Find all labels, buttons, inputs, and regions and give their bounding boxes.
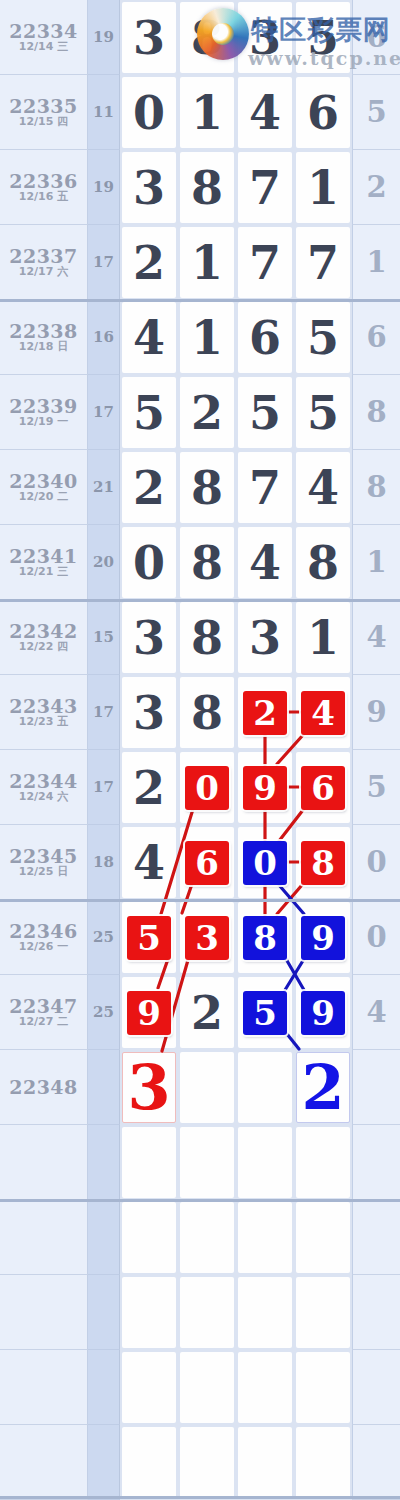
issue-cell: 22348 [0, 1050, 88, 1125]
digit-cell-surface: 0 [122, 527, 176, 598]
digit-cell [178, 1200, 236, 1275]
digit-cell-surface [180, 1202, 234, 1273]
digit-cell-surface [122, 1277, 176, 1348]
sum-cell [88, 1275, 120, 1350]
digit-cell-surface [122, 1202, 176, 1273]
draw-date: 12/24 六 [19, 791, 68, 803]
digit-cell [236, 1425, 294, 1500]
digit-cell [120, 1125, 178, 1200]
digit-box-red: 5 [127, 916, 171, 960]
digit-cell: 6 [294, 75, 352, 150]
issue-number: 22344 [9, 771, 78, 792]
digit-cell: 8 [178, 525, 236, 600]
tail-cell: 4 [352, 975, 400, 1050]
digit: 7 [249, 165, 281, 211]
digit: 4 [307, 465, 339, 511]
digit: 1 [191, 90, 223, 136]
digit-cell: 8 [178, 675, 236, 750]
sum-cell: 18 [88, 825, 120, 900]
digit: 1 [307, 615, 339, 661]
digit-cell-surface: 2 [180, 377, 234, 448]
digit-cell [236, 1275, 294, 1350]
digit-cell [120, 1275, 178, 1350]
tail-cell [352, 1425, 400, 1500]
digit: 8 [191, 540, 223, 586]
digit-cell: 1 [294, 600, 352, 675]
digit-cell: 3 [120, 0, 178, 75]
issue-cell [0, 1125, 88, 1200]
digit-box-red: 6 [185, 841, 229, 885]
digit-cell-surface [180, 1127, 234, 1198]
digit-cell: 2 [236, 675, 294, 750]
digit-cell: 2 [178, 975, 236, 1050]
sum-cell [88, 1350, 120, 1425]
digit-cell-surface: 6 [296, 752, 350, 823]
issue-number: 22347 [9, 996, 78, 1017]
digit-cell-surface: 8 [296, 527, 350, 598]
tail-cell: 9 [352, 675, 400, 750]
digit: 3 [133, 690, 165, 736]
digit: 7 [249, 240, 281, 286]
digit-cell-surface [296, 1127, 350, 1198]
digit-cell: 6 [236, 300, 294, 375]
issue-cell: 2233912/19 一 [0, 375, 88, 450]
tail-cell: 8 [352, 450, 400, 525]
digit-cell: 9 [236, 750, 294, 825]
issue-number: 22339 [9, 396, 78, 417]
digit-cell [178, 1275, 236, 1350]
digit-cell-surface [180, 1052, 234, 1123]
digit-cell-surface: 4 [238, 77, 292, 148]
digit-cell-surface: 5 [296, 302, 350, 373]
number-grid: 2233412/14 三19383562233512/15 四110146522… [0, 0, 400, 1500]
digit-cell [236, 1350, 294, 1425]
issue-cell: 2233712/17 六 [0, 225, 88, 300]
digit-cell-surface: 2 [296, 1052, 350, 1123]
digit-cell-surface: 9 [296, 977, 350, 1048]
digit-cell-surface [122, 1427, 176, 1498]
issue-cell: 2234712/27 二 [0, 975, 88, 1050]
digit-cell: 8 [178, 150, 236, 225]
digit-cell-surface [180, 1352, 234, 1423]
tail-cell [352, 1200, 400, 1275]
digit: 0 [133, 540, 165, 586]
digit-box-red: 9 [127, 991, 171, 1035]
digit-cell: 5 [294, 0, 352, 75]
digit: 8 [191, 615, 223, 661]
digit-cell-surface: 3 [122, 602, 176, 673]
digit-cell-surface: 9 [296, 902, 350, 973]
digit-cell-surface: 8 [180, 602, 234, 673]
digit-cell-surface: 6 [238, 302, 292, 373]
digit-cell-surface: 6 [296, 77, 350, 148]
digit-cell [120, 1200, 178, 1275]
issue-cell: 2234612/26 一 [0, 900, 88, 975]
digit: 8 [191, 690, 223, 736]
draw-date: 12/15 四 [19, 116, 68, 128]
digit-cell-surface: 3 [122, 677, 176, 748]
digit-cell: 8 [178, 450, 236, 525]
issue-number: 22341 [9, 546, 78, 567]
digit-cell-surface: 5 [238, 977, 292, 1048]
digit: 2 [191, 990, 223, 1036]
draw-date: 12/26 一 [19, 941, 68, 953]
digit-cell [178, 1125, 236, 1200]
issue-number: 22337 [9, 246, 78, 267]
sum-cell: 11 [88, 75, 120, 150]
digit-cell-surface [238, 1352, 292, 1423]
digit: 0 [133, 90, 165, 136]
digit-cell-surface: 3 [238, 2, 292, 73]
tail-cell: 5 [352, 75, 400, 150]
issue-cell [0, 1425, 88, 1500]
digit: 5 [307, 15, 339, 61]
digit: 8 [191, 465, 223, 511]
digit: 3 [133, 615, 165, 661]
tail-cell [352, 1350, 400, 1425]
digit-cell-surface: 8 [180, 2, 234, 73]
sum-cell: 17 [88, 675, 120, 750]
draw-date: 12/18 日 [19, 341, 68, 353]
digit: 1 [307, 165, 339, 211]
digit-cell-surface [296, 1352, 350, 1423]
issue-number: 22345 [9, 846, 78, 867]
sum-cell: 17 [88, 225, 120, 300]
digit-cell-surface: 5 [122, 377, 176, 448]
digit-cell: 7 [294, 225, 352, 300]
section-separator [0, 599, 400, 602]
digit-cell: 6 [178, 825, 236, 900]
digit: 6 [249, 315, 281, 361]
digit: 4 [249, 90, 281, 136]
digit-cell-surface: 8 [180, 677, 234, 748]
digit-cell-surface [122, 1352, 176, 1423]
issue-number: 22342 [9, 621, 78, 642]
tail-cell [352, 1275, 400, 1350]
digit-cell-surface: 2 [122, 752, 176, 823]
digit-cell [178, 1425, 236, 1500]
digit-cell-surface: 1 [180, 227, 234, 298]
issue-number: 22335 [9, 96, 78, 117]
sum-cell: 19 [88, 0, 120, 75]
digit-cell-surface: 3 [122, 152, 176, 223]
digit: 5 [249, 390, 281, 436]
digit-cell: 2 [120, 450, 178, 525]
digit-cell: 0 [120, 525, 178, 600]
issue-number: 22348 [9, 1077, 78, 1098]
digit-cell-surface [238, 1127, 292, 1198]
digit-box-red: 6 [301, 766, 345, 810]
digit-cell: 9 [120, 975, 178, 1050]
digit-cell-surface: 3 [122, 2, 176, 73]
issue-number: 22336 [9, 171, 78, 192]
digit: 5 [133, 390, 165, 436]
digit-cell: 5 [236, 375, 294, 450]
tail-cell [352, 1050, 400, 1125]
digit-cell-surface [238, 1427, 292, 1498]
digit-cell [294, 1275, 352, 1350]
digit-cell: 0 [178, 750, 236, 825]
tail-cell [352, 1125, 400, 1200]
issue-cell: 2233412/14 三 [0, 0, 88, 75]
issue-cell: 2234012/20 二 [0, 450, 88, 525]
digit-cell-surface [238, 1052, 292, 1123]
digit-cell: 9 [294, 900, 352, 975]
tail-cell: 6 [352, 0, 400, 75]
sum-cell [88, 1200, 120, 1275]
section-separator [0, 1199, 400, 1202]
digit-cell: 4 [294, 450, 352, 525]
digit-cell-surface: 7 [238, 227, 292, 298]
digit: 1 [191, 240, 223, 286]
issue-cell [0, 1200, 88, 1275]
digit-cell-surface: 2 [180, 977, 234, 1048]
digit-box-blue: 8 [243, 916, 287, 960]
digit: 3 [249, 15, 281, 61]
digit: 4 [133, 840, 165, 886]
digit-cell-surface: 4 [296, 452, 350, 523]
sum-cell [88, 1125, 120, 1200]
digit-cell-surface: 3 [238, 602, 292, 673]
issue-number: 22340 [9, 471, 78, 492]
digit: 8 [191, 15, 223, 61]
digit: 3 [249, 615, 281, 661]
tail-cell: 0 [352, 825, 400, 900]
draw-date: 12/27 二 [19, 1016, 68, 1028]
digit: 2 [191, 390, 223, 436]
digit-cell [294, 1350, 352, 1425]
digit: 7 [249, 465, 281, 511]
sum-cell: 21 [88, 450, 120, 525]
digit-cell-surface: 0 [180, 752, 234, 823]
digit-cell: 5 [294, 300, 352, 375]
digit-cell-surface [296, 1202, 350, 1273]
digit-cell: 3 [120, 675, 178, 750]
digit-cell: 4 [294, 675, 352, 750]
digit-box-blue: 0 [243, 841, 287, 885]
digit-box-blue: 5 [243, 991, 287, 1035]
digit-cell: 2 [120, 225, 178, 300]
digit-cell-surface: 3 [180, 902, 234, 973]
digit-cell-surface: 1 [296, 602, 350, 673]
section-separator [0, 899, 400, 902]
digit-cell: 3 [178, 900, 236, 975]
issue-number: 22338 [9, 321, 78, 342]
draw-date: 12/20 二 [19, 491, 68, 503]
digit-cell-surface: 3 [122, 1052, 176, 1123]
digit-cell: 8 [236, 900, 294, 975]
digit-cell-surface: 6 [180, 827, 234, 898]
digit-cell [236, 1125, 294, 1200]
tail-cell: 4 [352, 600, 400, 675]
issue-cell: 2234412/24 六 [0, 750, 88, 825]
digit-cell [178, 1350, 236, 1425]
issue-cell: 2234512/25 日 [0, 825, 88, 900]
sum-cell: 17 [88, 750, 120, 825]
digit-cell: 3 [236, 600, 294, 675]
digit-cell-surface [296, 1427, 350, 1498]
digit-cell: 9 [294, 975, 352, 1050]
digit-cell: 3 [120, 150, 178, 225]
tail-cell: 1 [352, 225, 400, 300]
digit-cell: 4 [236, 75, 294, 150]
digit: 8 [191, 165, 223, 211]
digit-cell: 3 [236, 0, 294, 75]
digit-cell-surface: 4 [296, 677, 350, 748]
draw-date: 12/25 日 [19, 866, 68, 878]
prediction-digit-blue: 2 [301, 1057, 344, 1119]
digit-cell: 0 [236, 825, 294, 900]
sum-cell [88, 1425, 120, 1500]
digit: 5 [307, 390, 339, 436]
digit-cell: 3 [120, 1050, 178, 1125]
digit-box-red: 8 [301, 841, 345, 885]
issue-number: 22334 [9, 21, 78, 42]
digit-cell-surface: 5 [296, 377, 350, 448]
digit-cell: 0 [120, 75, 178, 150]
digit-cell-surface: 8 [238, 902, 292, 973]
digit-cell: 5 [120, 375, 178, 450]
draw-date: 12/21 三 [19, 566, 68, 578]
digit-cell-surface: 9 [122, 977, 176, 1048]
sum-cell: 17 [88, 375, 120, 450]
tail-cell: 1 [352, 525, 400, 600]
digit-cell [120, 1425, 178, 1500]
digit-cell-surface: 2 [238, 677, 292, 748]
digit-cell-surface: 1 [296, 152, 350, 223]
digit: 1 [191, 315, 223, 361]
digit-cell-surface: 7 [296, 227, 350, 298]
lottery-trend-board: 2233412/14 三19383562233512/15 四110146522… [0, 0, 400, 1500]
digit-cell-surface: 1 [180, 302, 234, 373]
digit-cell: 5 [120, 900, 178, 975]
digit-box-red: 9 [243, 766, 287, 810]
draw-date: 12/16 五 [19, 191, 68, 203]
digit-cell: 4 [120, 300, 178, 375]
section-separator [0, 299, 400, 302]
issue-number: 22346 [9, 921, 78, 942]
tail-cell: 8 [352, 375, 400, 450]
draw-date: 12/22 四 [19, 641, 68, 653]
prediction-digit-red: 3 [127, 1057, 170, 1119]
digit: 6 [307, 90, 339, 136]
sum-cell: 25 [88, 900, 120, 975]
digit-cell-surface [180, 1277, 234, 1348]
tail-cell: 2 [352, 150, 400, 225]
tail-cell: 5 [352, 750, 400, 825]
digit-cell: 1 [178, 225, 236, 300]
digit-cell [236, 1200, 294, 1275]
digit-cell-surface: 1 [180, 77, 234, 148]
digit-cell: 5 [236, 975, 294, 1050]
digit-cell [120, 1350, 178, 1425]
issue-number: 22343 [9, 696, 78, 717]
digit: 3 [133, 165, 165, 211]
sum-cell: 15 [88, 600, 120, 675]
digit-cell-surface [296, 1277, 350, 1348]
sum-cell: 16 [88, 300, 120, 375]
issue-cell [0, 1350, 88, 1425]
digit-cell-surface: 8 [180, 452, 234, 523]
digit-box-red: 0 [185, 766, 229, 810]
tail-cell: 0 [352, 900, 400, 975]
digit-cell: 2 [178, 375, 236, 450]
tail-cell: 6 [352, 300, 400, 375]
digit-cell-surface: 5 [296, 2, 350, 73]
digit-cell: 4 [236, 525, 294, 600]
digit-cell-surface: 2 [122, 227, 176, 298]
digit-cell: 7 [236, 225, 294, 300]
draw-date: 12/23 五 [19, 716, 68, 728]
digit: 4 [249, 540, 281, 586]
digit-box-red: 3 [185, 916, 229, 960]
digit-cell: 6 [294, 750, 352, 825]
digit-cell: 2 [294, 1050, 352, 1125]
digit-cell-surface: 4 [122, 827, 176, 898]
digit: 2 [133, 240, 165, 286]
issue-cell [0, 1275, 88, 1350]
digit-cell [178, 1050, 236, 1125]
digit-cell [236, 1050, 294, 1125]
digit-cell-surface [238, 1277, 292, 1348]
issue-cell: 2233812/18 日 [0, 300, 88, 375]
digit-box-red: 4 [301, 691, 345, 735]
section-separator [0, 1496, 400, 1499]
digit-cell-surface: 8 [180, 527, 234, 598]
digit-cell-surface: 4 [122, 302, 176, 373]
digit: 7 [307, 240, 339, 286]
digit-cell-surface: 7 [238, 452, 292, 523]
digit-cell-surface: 5 [122, 902, 176, 973]
digit: 3 [133, 15, 165, 61]
draw-date: 12/19 一 [19, 416, 68, 428]
digit-cell: 3 [120, 600, 178, 675]
digit-cell: 4 [120, 825, 178, 900]
digit-cell: 8 [294, 525, 352, 600]
sum-cell: 19 [88, 150, 120, 225]
sum-cell: 25 [88, 975, 120, 1050]
digit-cell: 7 [236, 150, 294, 225]
digit-cell [294, 1200, 352, 1275]
digit-box-red: 2 [243, 691, 287, 735]
digit-cell-surface: 7 [238, 152, 292, 223]
digit-cell: 1 [178, 300, 236, 375]
digit: 2 [133, 465, 165, 511]
digit-cell: 1 [178, 75, 236, 150]
digit-cell-surface: 4 [238, 527, 292, 598]
digit-cell-surface: 5 [238, 377, 292, 448]
digit-box-blue: 9 [301, 916, 345, 960]
digit-cell: 2 [120, 750, 178, 825]
digit-cell-surface [122, 1127, 176, 1198]
draw-date: 12/17 六 [19, 266, 68, 278]
digit-cell: 8 [178, 600, 236, 675]
digit-cell-surface: 2 [122, 452, 176, 523]
digit: 2 [133, 765, 165, 811]
digit-cell-surface: 0 [122, 77, 176, 148]
sum-cell: 20 [88, 525, 120, 600]
digit-cell-surface [180, 1427, 234, 1498]
digit-cell: 1 [294, 150, 352, 225]
digit-cell [294, 1425, 352, 1500]
digit-cell: 5 [294, 375, 352, 450]
issue-cell: 2234312/23 五 [0, 675, 88, 750]
digit-cell-surface [238, 1202, 292, 1273]
digit-cell [294, 1125, 352, 1200]
draw-date: 12/14 三 [19, 41, 68, 53]
digit: 4 [133, 315, 165, 361]
digit-cell-surface: 9 [238, 752, 292, 823]
